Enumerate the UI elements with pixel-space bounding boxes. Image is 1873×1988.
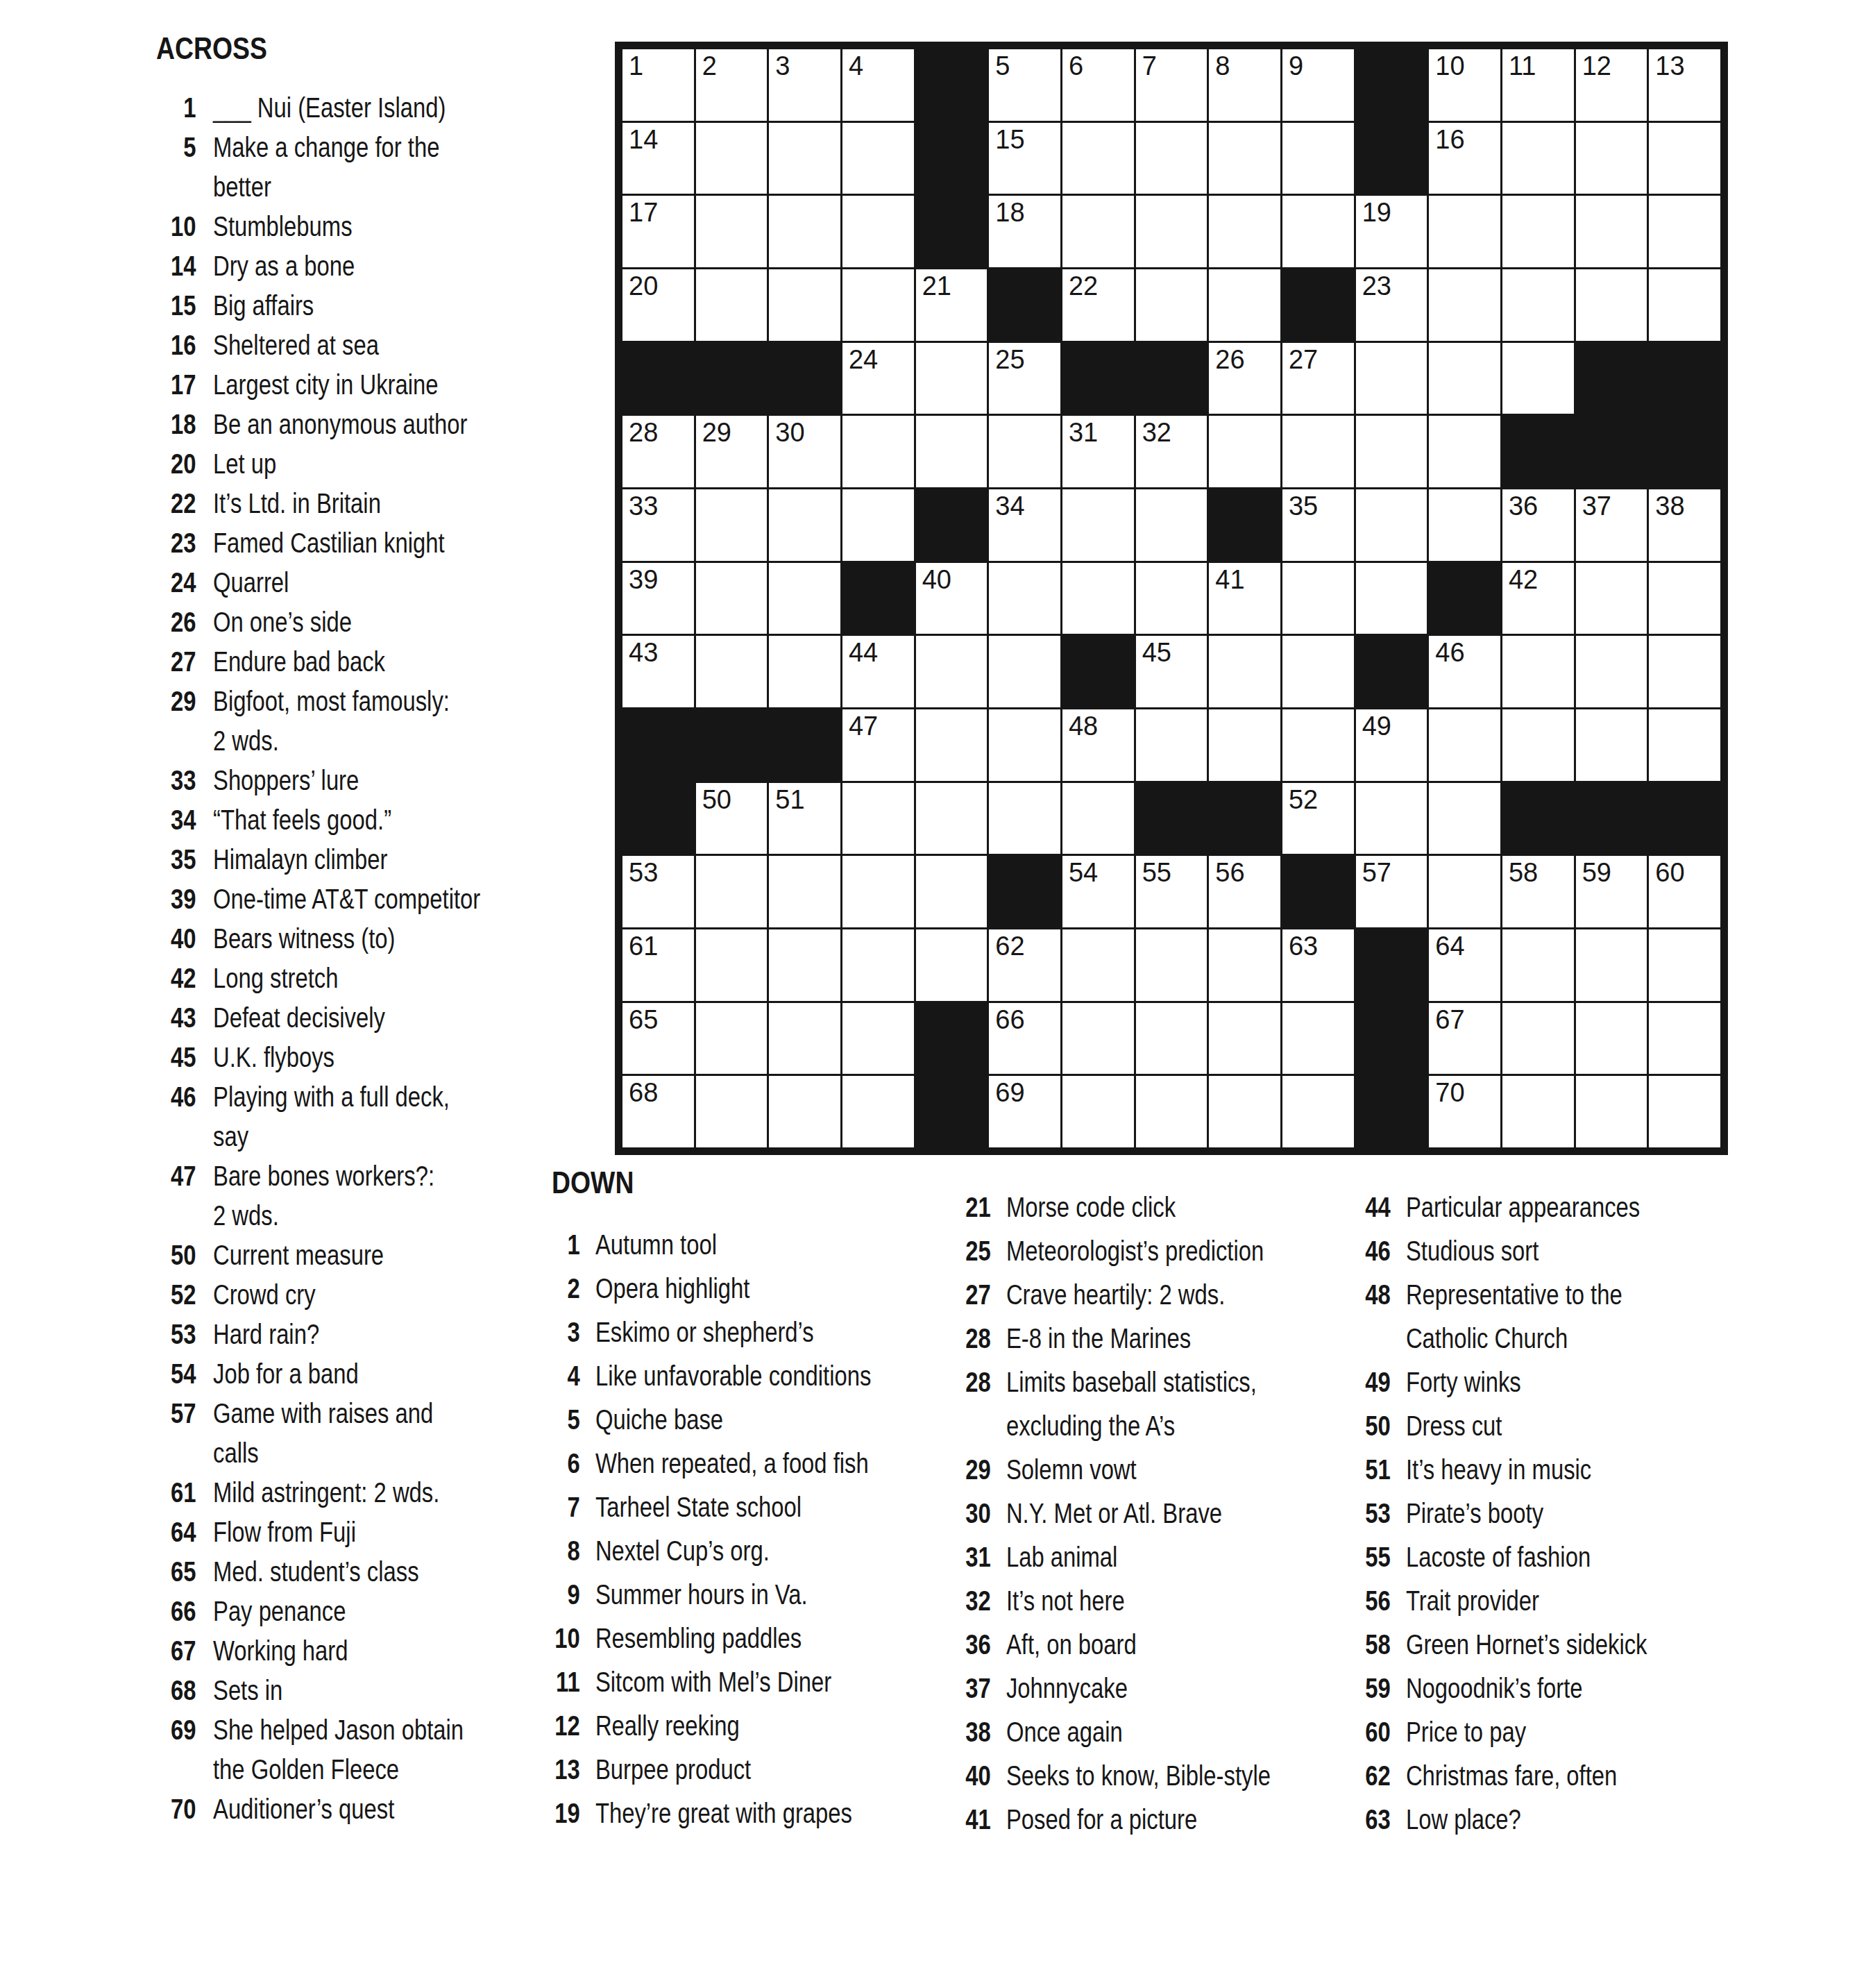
clue: 43Defeat decisively (156, 998, 480, 1038)
grid-cell[interactable] (1062, 783, 1134, 854)
grid-cell[interactable] (1282, 416, 1354, 487)
clue-text: Solemn vowt (1006, 1448, 1137, 1492)
grid-cell[interactable] (842, 196, 914, 267)
grid-cell[interactable] (696, 123, 768, 194)
clue-number: 60 (1352, 1710, 1406, 1754)
cell-number: 53 (629, 859, 658, 886)
grid-cell[interactable] (1502, 929, 1574, 1001)
cell-number: 55 (1142, 859, 1171, 886)
clue: 51It’s heavy in music (1352, 1448, 1647, 1492)
grid-cell[interactable] (1282, 1076, 1354, 1147)
grid-cell[interactable]: 9 (1282, 49, 1354, 121)
grid-cell-black (1282, 856, 1354, 927)
clue: 27Endure bad back (156, 642, 480, 682)
grid-cell[interactable] (769, 929, 840, 1001)
cell-number: 13 (1655, 53, 1684, 79)
grid-cell[interactable] (1502, 343, 1574, 414)
clue-text: Quiche base (595, 1398, 723, 1442)
clue-number: 7 (541, 1485, 595, 1529)
grid-cell[interactable]: 56 (1209, 856, 1280, 927)
grid-cell[interactable]: 65 (622, 1003, 694, 1075)
cell-number: 60 (1655, 859, 1684, 886)
clue-text: Nextel Cup’s org. (595, 1529, 770, 1573)
clue: 19They’re great with grapes (541, 1792, 871, 1835)
grid-cell[interactable]: 50 (696, 783, 768, 854)
grid-cell[interactable] (842, 269, 914, 341)
grid-cell[interactable]: 4 (842, 49, 914, 121)
grid-cell[interactable]: 60 (1649, 856, 1720, 927)
grid-cell[interactable] (1356, 563, 1427, 634)
grid-cell[interactable] (1209, 269, 1280, 341)
grid-cell[interactable]: 17 (622, 196, 694, 267)
grid-cell[interactable]: 66 (989, 1003, 1060, 1075)
grid-cell[interactable]: 37 (1576, 489, 1647, 561)
grid-cell[interactable] (1502, 636, 1574, 707)
cell-number: 34 (995, 493, 1024, 519)
grid-cell[interactable] (1429, 343, 1500, 414)
grid-cell[interactable] (769, 123, 840, 194)
clue-number: 3 (541, 1311, 595, 1354)
clue-text: Representative to the Catholic Church (1406, 1273, 1622, 1361)
grid-cell-black (622, 709, 694, 781)
clue-text: Lacoste of fashion (1406, 1535, 1591, 1579)
grid-cell[interactable] (1356, 343, 1427, 414)
cell-number: 54 (1069, 859, 1098, 886)
grid-cell[interactable] (842, 856, 914, 927)
clue: 45U.K. flyboys (156, 1038, 480, 1077)
grid-cell[interactable]: 64 (1429, 929, 1500, 1001)
clue: 53Hard rain? (156, 1315, 480, 1354)
grid-cell[interactable] (1136, 269, 1207, 341)
grid-cell-black (842, 563, 914, 634)
clue: 42Long stretch (156, 959, 480, 998)
grid-cell[interactable]: 42 (1502, 563, 1574, 634)
grid-cell[interactable] (1576, 636, 1647, 707)
grid-cell[interactable] (842, 416, 914, 487)
grid-cell[interactable] (1062, 196, 1134, 267)
grid-cell[interactable]: 44 (842, 636, 914, 707)
grid-cell[interactable]: 1 (622, 49, 694, 121)
clue-number: 53 (1352, 1492, 1406, 1535)
clue-text: Particular appearances (1406, 1186, 1640, 1229)
grid-cell[interactable] (696, 856, 768, 927)
clue-number: 46 (156, 1077, 213, 1117)
grid-cell-black (1649, 416, 1720, 487)
cell-number: 5 (995, 53, 1010, 79)
grid-cell[interactable]: 32 (1136, 416, 1207, 487)
clue: 39One-time AT&T competitor (156, 879, 480, 919)
clue-number: 8 (541, 1529, 595, 1573)
grid-cell[interactable] (696, 636, 768, 707)
grid-cell[interactable]: 62 (989, 929, 1060, 1001)
grid-cell[interactable] (916, 416, 988, 487)
grid-cell[interactable] (1209, 709, 1280, 781)
grid-cell[interactable]: 16 (1429, 123, 1500, 194)
grid-cell[interactable]: 22 (1062, 269, 1134, 341)
grid-cell[interactable] (916, 709, 988, 781)
clue-number: 50 (156, 1236, 213, 1275)
grid-cell[interactable]: 69 (989, 1076, 1060, 1147)
grid-cell[interactable] (769, 489, 840, 561)
grid-cell[interactable] (1649, 1076, 1720, 1147)
clue: 41Posed for a picture (952, 1798, 1271, 1842)
grid-cell[interactable] (1502, 269, 1574, 341)
grid-cell[interactable]: 33 (622, 489, 694, 561)
grid-cell[interactable] (1649, 709, 1720, 781)
grid-cell[interactable] (1502, 1003, 1574, 1075)
grid-cell[interactable] (769, 636, 840, 707)
cell-number: 70 (1435, 1079, 1464, 1106)
clue-number: 17 (156, 365, 213, 405)
grid-cell[interactable]: 36 (1502, 489, 1574, 561)
grid-cell[interactable] (989, 563, 1060, 634)
grid-cell[interactable] (1649, 563, 1720, 634)
grid-cell[interactable] (1502, 709, 1574, 781)
grid-cell[interactable] (842, 1076, 914, 1147)
grid-cell[interactable] (1356, 416, 1427, 487)
grid-cell[interactable] (916, 783, 988, 854)
grid-cell[interactable] (916, 856, 988, 927)
grid-cell[interactable] (1649, 929, 1720, 1001)
clue-number: 50 (1352, 1404, 1406, 1448)
clue-text: Price to pay (1406, 1710, 1526, 1754)
cell-number: 65 (629, 1006, 658, 1033)
grid-cell[interactable] (1062, 929, 1134, 1001)
grid-cell[interactable]: 58 (1502, 856, 1574, 927)
grid-cell[interactable]: 12 (1576, 49, 1647, 121)
across-clue-list: 1___ Nui (Easter Island)5Make a change f… (156, 88, 552, 1829)
cell-number: 18 (995, 199, 1024, 226)
clue: 22It’s Ltd. in Britain (156, 484, 480, 523)
grid-cell[interactable] (1502, 1076, 1574, 1147)
cell-number: 9 (1289, 53, 1303, 79)
grid-cell[interactable] (1282, 196, 1354, 267)
grid-cell[interactable]: 39 (622, 563, 694, 634)
clue-text: Dry as a bone (213, 246, 355, 286)
cell-number: 29 (702, 419, 731, 446)
grid-cell[interactable] (696, 269, 768, 341)
grid-cell[interactable] (1136, 1076, 1207, 1147)
grid-cell[interactable]: 26 (1209, 343, 1280, 414)
cell-number: 20 (629, 273, 658, 299)
grid-cell[interactable]: 2 (696, 49, 768, 121)
grid-cell[interactable] (1429, 856, 1500, 927)
grid-cell[interactable]: 18 (989, 196, 1060, 267)
grid-cell[interactable] (1136, 123, 1207, 194)
grid-cell[interactable] (696, 929, 768, 1001)
clue-text: It’s Ltd. in Britain (213, 484, 381, 523)
grid-cell[interactable] (1209, 1076, 1280, 1147)
grid-cell[interactable] (1062, 1003, 1134, 1075)
clue: 58Green Hornet’s sidekick (1352, 1623, 1647, 1667)
clue-number: 61 (156, 1473, 213, 1513)
grid-cell[interactable] (916, 636, 988, 707)
clue-text: Sets in (213, 1671, 282, 1710)
cell-number: 21 (922, 273, 951, 299)
grid-cell[interactable] (1576, 1003, 1647, 1075)
grid-cell[interactable] (1062, 1076, 1134, 1147)
clue-text: Med. student’s class (213, 1552, 419, 1592)
grid-cell[interactable] (989, 709, 1060, 781)
clue-number: 6 (541, 1442, 595, 1485)
grid-cell[interactable] (1649, 269, 1720, 341)
grid-cell[interactable] (989, 636, 1060, 707)
clue-number: 42 (156, 959, 213, 998)
clue-number: 21 (952, 1186, 1006, 1229)
grid-cell[interactable] (1576, 123, 1647, 194)
grid-cell[interactable] (1209, 196, 1280, 267)
clue-number: 22 (156, 484, 213, 523)
grid-cell[interactable] (1282, 1003, 1354, 1075)
grid-cell-black (769, 343, 840, 414)
grid-cell[interactable]: 43 (622, 636, 694, 707)
grid-cell[interactable] (696, 196, 768, 267)
clue-number: 68 (156, 1671, 213, 1710)
grid-cell[interactable]: 7 (1136, 49, 1207, 121)
grid-cell[interactable]: 49 (1356, 709, 1427, 781)
clue-text: Job for a band (213, 1354, 359, 1394)
clue-text: Trait provider (1406, 1579, 1539, 1623)
grid-cell[interactable]: 8 (1209, 49, 1280, 121)
clue-number: 35 (156, 840, 213, 879)
cell-number: 63 (1289, 933, 1318, 959)
grid-cell[interactable] (769, 563, 840, 634)
clue: 55Lacoste of fashion (1352, 1535, 1647, 1579)
grid-cell[interactable] (1576, 196, 1647, 267)
grid-cell[interactable] (842, 1003, 914, 1075)
grid-cell-black (989, 856, 1060, 927)
grid-cell[interactable] (1429, 489, 1500, 561)
grid-cell[interactable]: 35 (1282, 489, 1354, 561)
clue-text: “That feels good.” (213, 800, 391, 840)
clue-number: 14 (156, 246, 213, 286)
grid-cell[interactable] (1502, 123, 1574, 194)
clue-text: Let up (213, 444, 276, 484)
grid-cell[interactable]: 48 (1062, 709, 1134, 781)
grid-cell[interactable] (1429, 709, 1500, 781)
grid-cell[interactable] (1136, 709, 1207, 781)
grid-cell[interactable] (1282, 563, 1354, 634)
clue: 46Studious sort (1352, 1229, 1647, 1273)
grid-cell[interactable] (916, 343, 988, 414)
clue: 11Sitcom with Mel’s Diner (541, 1660, 871, 1704)
grid-cell[interactable]: 5 (989, 49, 1060, 121)
clue-number: 29 (952, 1448, 1006, 1492)
grid-cell[interactable] (1209, 123, 1280, 194)
grid-cell[interactable]: 13 (1649, 49, 1720, 121)
grid-cell[interactable] (1209, 636, 1280, 707)
grid-cell[interactable] (1062, 489, 1134, 561)
grid-cell[interactable]: 10 (1429, 49, 1500, 121)
grid-cell[interactable] (769, 269, 840, 341)
grid-cell[interactable]: 67 (1429, 1003, 1500, 1075)
grid-cell[interactable] (1356, 489, 1427, 561)
grid-cell[interactable] (769, 856, 840, 927)
grid-cell[interactable]: 25 (989, 343, 1060, 414)
clue: 18Be an anonymous author (156, 405, 480, 444)
grid-cell[interactable] (1649, 123, 1720, 194)
cell-number: 39 (629, 566, 658, 593)
grid-cell[interactable] (842, 123, 914, 194)
grid-cell[interactable]: 47 (842, 709, 914, 781)
clue-text: Bigfoot, most famously: 2 wds. (213, 682, 450, 761)
grid-cell[interactable] (769, 1076, 840, 1147)
grid-cell[interactable] (1282, 709, 1354, 781)
grid-cell[interactable]: 21 (916, 269, 988, 341)
clue-number: 39 (156, 879, 213, 919)
grid-cell-black (1136, 343, 1207, 414)
clue-number: 11 (541, 1660, 595, 1704)
grid-cell[interactable]: 68 (622, 1076, 694, 1147)
grid-cell[interactable] (1062, 563, 1134, 634)
grid-cell[interactable] (1576, 929, 1647, 1001)
grid-cell[interactable] (842, 489, 914, 561)
grid-cell[interactable] (989, 783, 1060, 854)
grid-cell[interactable]: 6 (1062, 49, 1134, 121)
grid-cell[interactable] (1209, 416, 1280, 487)
clue-number: 20 (156, 444, 213, 484)
grid-cell[interactable] (1649, 1003, 1720, 1075)
grid-cell[interactable]: 40 (916, 563, 988, 634)
grid-cell[interactable] (1282, 636, 1354, 707)
grid-cell[interactable]: 61 (622, 929, 694, 1001)
grid-cell[interactable]: 46 (1429, 636, 1500, 707)
grid-cell[interactable]: 14 (622, 123, 694, 194)
grid-cell[interactable]: 34 (989, 489, 1060, 561)
cell-number: 40 (922, 566, 951, 593)
clue-text: Working hard (213, 1631, 348, 1671)
clue: 70Auditioner’s quest (156, 1789, 480, 1829)
grid-cell-black (1356, 1003, 1427, 1075)
grid-cell[interactable]: 31 (1062, 416, 1134, 487)
grid-cell[interactable]: 23 (1356, 269, 1427, 341)
grid-cell[interactable]: 70 (1429, 1076, 1500, 1147)
grid-cell[interactable]: 19 (1356, 196, 1427, 267)
grid-cell[interactable]: 30 (769, 416, 840, 487)
cell-number: 25 (995, 346, 1024, 373)
grid-cell[interactable] (1062, 123, 1134, 194)
grid-cell[interactable] (1282, 123, 1354, 194)
clue: 21Morse code click (952, 1186, 1271, 1229)
cell-number: 49 (1362, 713, 1391, 739)
grid-cell[interactable] (1429, 269, 1500, 341)
grid-cell[interactable]: 11 (1502, 49, 1574, 121)
grid-cell[interactable] (1136, 563, 1207, 634)
grid-cell[interactable] (1136, 489, 1207, 561)
cell-number: 8 (1215, 53, 1230, 79)
cell-number: 52 (1289, 786, 1318, 813)
grid-cell[interactable] (1649, 196, 1720, 267)
grid-cell[interactable] (1429, 196, 1500, 267)
clue-text: Burpee product (595, 1748, 751, 1792)
clue-text: Playing with a full deck, say (213, 1077, 450, 1156)
grid-cell[interactable]: 52 (1282, 783, 1354, 854)
clue-text: Sheltered at sea (213, 326, 379, 365)
down-clue-list-col2: 21Morse code click25Meteorologist’s pred… (952, 1186, 1341, 1842)
grid-cell[interactable] (1429, 416, 1500, 487)
grid-cell[interactable] (769, 196, 840, 267)
cell-number: 62 (995, 933, 1024, 959)
cell-number: 30 (775, 419, 804, 446)
grid-cell[interactable]: 53 (622, 856, 694, 927)
grid-cell[interactable] (1209, 1003, 1280, 1075)
clue-number: 32 (952, 1579, 1006, 1623)
cell-number: 19 (1362, 199, 1391, 226)
grid-cell[interactable] (1576, 269, 1647, 341)
cell-number: 22 (1069, 273, 1098, 299)
clue-text: It’s heavy in music (1406, 1448, 1591, 1492)
grid-cell[interactable]: 20 (622, 269, 694, 341)
grid-cell[interactable] (916, 929, 988, 1001)
grid-cell[interactable] (1576, 1076, 1647, 1147)
grid-cell[interactable] (1136, 196, 1207, 267)
cell-number: 10 (1435, 53, 1464, 79)
clue-number: 49 (1352, 1361, 1406, 1404)
grid-cell[interactable]: 41 (1209, 563, 1280, 634)
clue: 7Tarheel State school (541, 1485, 871, 1529)
grid-cell[interactable]: 15 (989, 123, 1060, 194)
grid-cell[interactable] (1649, 636, 1720, 707)
clue-number: 5 (541, 1398, 595, 1442)
grid-cell[interactable]: 29 (696, 416, 768, 487)
grid-cell[interactable] (1502, 196, 1574, 267)
grid-cell[interactable] (696, 563, 768, 634)
grid-cell[interactable]: 27 (1282, 343, 1354, 414)
grid-cell[interactable] (696, 489, 768, 561)
clue: 15Big affairs (156, 286, 480, 326)
clue-number: 40 (952, 1754, 1006, 1798)
grid-cell[interactable]: 51 (769, 783, 840, 854)
grid-cell[interactable] (1209, 929, 1280, 1001)
grid-cell[interactable]: 45 (1136, 636, 1207, 707)
cell-number: 68 (629, 1079, 658, 1106)
grid-cell[interactable]: 24 (842, 343, 914, 414)
cell-number: 28 (629, 419, 658, 446)
clue: 67Working hard (156, 1631, 480, 1671)
grid-cell[interactable] (1429, 783, 1500, 854)
grid-cell-black (1502, 783, 1574, 854)
grid-cell-black (1649, 783, 1720, 854)
grid-cell[interactable]: 63 (1282, 929, 1354, 1001)
grid-cell[interactable]: 38 (1649, 489, 1720, 561)
grid-cell[interactable] (1576, 709, 1647, 781)
grid-cell[interactable] (1356, 783, 1427, 854)
cell-number: 24 (849, 346, 878, 373)
grid-cell[interactable] (989, 416, 1060, 487)
clue: 40Seeks to know, Bible-style (952, 1754, 1271, 1798)
clue-number: 55 (1352, 1535, 1406, 1579)
grid-cell[interactable] (769, 1003, 840, 1075)
grid-cell[interactable] (842, 783, 914, 854)
grid-cell-black (1282, 269, 1354, 341)
grid-cell[interactable] (696, 1076, 768, 1147)
grid-cell[interactable] (1136, 1003, 1207, 1075)
clue-number: 2 (541, 1267, 595, 1311)
cell-number: 14 (629, 126, 658, 153)
grid-cell[interactable]: 55 (1136, 856, 1207, 927)
grid-cell[interactable] (1576, 563, 1647, 634)
grid-cell-black (916, 123, 988, 194)
clue-text: Posed for a picture (1006, 1798, 1197, 1842)
grid-cell[interactable]: 28 (622, 416, 694, 487)
grid-cell[interactable]: 3 (769, 49, 840, 121)
grid-cell[interactable] (842, 929, 914, 1001)
grid-cell[interactable] (696, 1003, 768, 1075)
grid-cell[interactable]: 57 (1356, 856, 1427, 927)
grid-cell[interactable]: 59 (1576, 856, 1647, 927)
grid-cell[interactable]: 54 (1062, 856, 1134, 927)
grid-cell[interactable] (1136, 929, 1207, 1001)
